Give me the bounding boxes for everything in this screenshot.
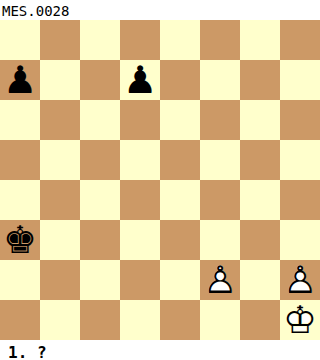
- square-h7[interactable]: [280, 60, 320, 100]
- square-g6[interactable]: [240, 100, 280, 140]
- square-a2[interactable]: [0, 260, 40, 300]
- square-f1[interactable]: [200, 300, 240, 340]
- white-pawn: ♙: [200, 260, 240, 300]
- square-h8[interactable]: [280, 20, 320, 60]
- square-e1[interactable]: [160, 300, 200, 340]
- square-g3[interactable]: [240, 220, 280, 260]
- square-a3[interactable]: ♚: [0, 220, 40, 260]
- square-c1[interactable]: [80, 300, 120, 340]
- square-e3[interactable]: [160, 220, 200, 260]
- square-c6[interactable]: [80, 100, 120, 140]
- square-e8[interactable]: [160, 20, 200, 60]
- square-a6[interactable]: [0, 100, 40, 140]
- square-d7[interactable]: ♟: [120, 60, 160, 100]
- square-h6[interactable]: [280, 100, 320, 140]
- square-e6[interactable]: [160, 100, 200, 140]
- square-g8[interactable]: [240, 20, 280, 60]
- square-g1[interactable]: [240, 300, 280, 340]
- white-king: ♔: [280, 300, 320, 340]
- black-pawn: ♟: [120, 60, 160, 100]
- white-pawn-fill: ♟: [200, 260, 240, 300]
- square-h2[interactable]: ♟♙: [280, 260, 320, 300]
- square-h4[interactable]: [280, 180, 320, 220]
- square-c2[interactable]: [80, 260, 120, 300]
- square-d6[interactable]: [120, 100, 160, 140]
- square-c3[interactable]: [80, 220, 120, 260]
- square-a4[interactable]: [0, 180, 40, 220]
- square-h3[interactable]: [280, 220, 320, 260]
- square-a7[interactable]: ♟: [0, 60, 40, 100]
- square-d8[interactable]: [120, 20, 160, 60]
- square-e7[interactable]: [160, 60, 200, 100]
- square-c4[interactable]: [80, 180, 120, 220]
- square-f2[interactable]: ♟♙: [200, 260, 240, 300]
- square-a8[interactable]: [0, 20, 40, 60]
- chess-board: ♟♟♚♟♙♟♙♚♔: [0, 20, 320, 340]
- white-king-fill: ♚: [280, 300, 320, 340]
- square-e4[interactable]: [160, 180, 200, 220]
- square-f8[interactable]: [200, 20, 240, 60]
- square-b2[interactable]: [40, 260, 80, 300]
- square-h1[interactable]: ♚♔: [280, 300, 320, 340]
- square-b8[interactable]: [40, 20, 80, 60]
- square-d2[interactable]: [120, 260, 160, 300]
- square-h5[interactable]: [280, 140, 320, 180]
- square-g4[interactable]: [240, 180, 280, 220]
- move-prompt: 1. ?: [0, 340, 320, 360]
- white-pawn: ♙: [280, 260, 320, 300]
- puzzle-id: MES.0028: [0, 0, 320, 20]
- square-f5[interactable]: [200, 140, 240, 180]
- black-pawn: ♟: [0, 60, 40, 100]
- square-c7[interactable]: [80, 60, 120, 100]
- black-king: ♚: [0, 220, 40, 260]
- square-b7[interactable]: [40, 60, 80, 100]
- square-f3[interactable]: [200, 220, 240, 260]
- square-d3[interactable]: [120, 220, 160, 260]
- square-c8[interactable]: [80, 20, 120, 60]
- square-b1[interactable]: [40, 300, 80, 340]
- square-d4[interactable]: [120, 180, 160, 220]
- square-g5[interactable]: [240, 140, 280, 180]
- square-g7[interactable]: [240, 60, 280, 100]
- square-e2[interactable]: [160, 260, 200, 300]
- square-d1[interactable]: [120, 300, 160, 340]
- square-f7[interactable]: [200, 60, 240, 100]
- square-f4[interactable]: [200, 180, 240, 220]
- square-g2[interactable]: [240, 260, 280, 300]
- square-b6[interactable]: [40, 100, 80, 140]
- square-e5[interactable]: [160, 140, 200, 180]
- square-c5[interactable]: [80, 140, 120, 180]
- square-b4[interactable]: [40, 180, 80, 220]
- square-d5[interactable]: [120, 140, 160, 180]
- square-f6[interactable]: [200, 100, 240, 140]
- square-b3[interactable]: [40, 220, 80, 260]
- white-pawn-fill: ♟: [280, 260, 320, 300]
- square-a5[interactable]: [0, 140, 40, 180]
- square-a1[interactable]: [0, 300, 40, 340]
- square-b5[interactable]: [40, 140, 80, 180]
